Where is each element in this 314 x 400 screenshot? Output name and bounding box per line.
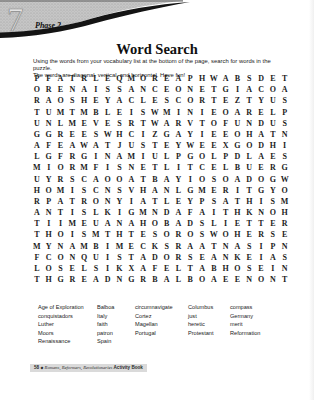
word-list-item: Protestant (188, 329, 230, 338)
grid-cell-r17c22: S (279, 252, 291, 263)
grid-cell-r10c15: O (196, 174, 208, 185)
grid-cell-r9c22: G (279, 162, 291, 173)
grid-cell-r10c2: Y (43, 174, 55, 185)
grid-cell-r11c15: M (196, 185, 208, 196)
grid-cell-r14c10: H (137, 218, 149, 229)
word-list-item: conquistadors (38, 312, 97, 321)
grid-cell-r9c10: E (137, 162, 149, 173)
grid-cell-r2c4: N (66, 84, 78, 95)
grid-cell-r15c15: S (196, 229, 208, 240)
grid-cell-r18c21: I (267, 263, 279, 274)
grid-cell-r5c9: R (125, 118, 137, 129)
grid-cell-r10c4: S (66, 174, 78, 185)
grid-cell-r6c9: C (125, 129, 137, 140)
grid-cell-r19c2: H (43, 274, 55, 285)
grid-cell-r12c3: A (55, 196, 67, 207)
grid-cell-r7c16: E (208, 140, 220, 151)
grid-cell-r9c2: I (43, 162, 55, 173)
grid-cell-r6c22: N (279, 129, 291, 140)
grid-cell-r7c9: U (125, 140, 137, 151)
grid-cell-r7c3: E (55, 140, 67, 151)
grid-cell-r1c12: E (161, 73, 173, 84)
grid-cell-r14c6: U (90, 218, 102, 229)
grid-cell-r17c12: O (161, 252, 173, 263)
grid-cell-r11c11: A (149, 185, 161, 196)
grid-cell-r16c13: R (173, 241, 185, 252)
word-list-column-3: circumnavigateCortezMagellanPortugal (135, 303, 188, 346)
word-list-item: heretic (188, 320, 230, 329)
grid-cell-r14c7: A (102, 218, 114, 229)
grid-cell-r14c1: T (31, 218, 43, 229)
grid-cell-r1c1: P (31, 73, 43, 84)
grid-cell-r11c8: S (114, 185, 126, 196)
grid-cell-r5c7: E (102, 118, 114, 129)
grid-cell-r6c13: A (173, 129, 185, 140)
grid-cell-r1c4: T (66, 73, 78, 84)
grid-cell-r15c6: M (90, 229, 102, 240)
grid-cell-r10c17: O (220, 174, 232, 185)
footer-page-number: 58 (34, 365, 39, 370)
grid-cell-r11c12: N (161, 185, 173, 196)
grid-cell-r2c1: O (31, 84, 43, 95)
grid-cell-r2c2: R (43, 84, 55, 95)
grid-cell-r18c20: E (255, 263, 267, 274)
grid-cell-r8c16: L (208, 151, 220, 162)
grid-cell-r18c1: L (31, 263, 43, 274)
grid-cell-r11c6: C (90, 185, 102, 196)
grid-cell-r17c5: Q (78, 252, 90, 263)
grid-cell-r1c16: W (208, 73, 220, 84)
grid-cell-r7c6: A (90, 140, 102, 151)
grid-cell-r11c9: V (125, 185, 137, 196)
grid-cell-r6c8: H (114, 129, 126, 140)
grid-cell-r3c1: R (31, 95, 43, 106)
grid-cell-r11c1: H (31, 185, 43, 196)
grid-cell-r7c18: G (232, 140, 244, 151)
grid-cell-r19c20: O (255, 274, 267, 285)
grid-cell-r19c18: E (232, 274, 244, 285)
grid-cell-r7c5: W (78, 140, 90, 151)
grid-cell-r2c20: C (255, 84, 267, 95)
grid-cell-r2c13: O (173, 84, 185, 95)
grid-cell-r9c4: R (66, 162, 78, 173)
word-list-column-4: ColumbusjusthereticProtestant (188, 303, 230, 346)
grid-cell-r13c19: K (243, 207, 255, 218)
grid-cell-r6c14: Y (184, 129, 196, 140)
grid-cell-r8c12: L (161, 151, 173, 162)
unit-number: 7 (7, 2, 24, 38)
word-list-item: Moors (38, 329, 97, 338)
grid-cell-r13c21: O (267, 207, 279, 218)
grid-cell-r9c1: M (31, 162, 43, 173)
grid-cell-r5c22: S (279, 118, 291, 129)
grid-cell-r11c18: I (232, 185, 244, 196)
grid-cell-r12c7: N (102, 196, 114, 207)
grid-cell-r2c8: S (114, 84, 126, 95)
header: 7 Phase 2 (0, 0, 200, 44)
grid-cell-r5c19: N (243, 118, 255, 129)
grid-cell-r13c2: N (43, 207, 55, 218)
grid-cell-r17c2: C (43, 252, 55, 263)
grid-cell-r13c15: A (196, 207, 208, 218)
grid-cell-r14c11: O (149, 218, 161, 229)
grid-cell-r17c7: I (102, 252, 114, 263)
grid-cell-r5c17: F (220, 118, 232, 129)
grid-cell-r16c5: M (78, 241, 90, 252)
grid-cell-r19c16: A (208, 274, 220, 285)
grid-cell-r12c11: T (149, 196, 161, 207)
grid-cell-r17c20: I (255, 252, 267, 263)
grid-cell-r5c6: V (90, 118, 102, 129)
grid-cell-r8c14: G (184, 151, 196, 162)
grid-cell-r7c17: X (220, 140, 232, 151)
grid-cell-r16c3: N (55, 241, 67, 252)
grid-cell-r4c2: U (43, 107, 55, 118)
grid-cell-r15c18: H (232, 229, 244, 240)
grid-cell-r10c20: O (255, 174, 267, 185)
grid-cell-r14c3: I (55, 218, 67, 229)
word-list-item: Luther (38, 320, 97, 329)
grid-cell-r13c10: M (137, 207, 149, 218)
grid-cell-r4c7: L (102, 107, 114, 118)
word-search-grid: PFATRLEQMOREAPHWABSDETORENAISSANCEONETGI… (31, 73, 291, 285)
grid-cell-r4c13: I (173, 107, 185, 118)
grid-cell-r11c22: O (279, 185, 291, 196)
grid-cell-r18c13: L (173, 263, 185, 274)
grid-cell-r11c5: S (78, 185, 90, 196)
grid-cell-r16c10: C (137, 241, 149, 252)
grid-cell-r19c5: E (78, 274, 90, 285)
grid-cell-r6c11: Z (149, 129, 161, 140)
grid-cell-r2c16: T (208, 84, 220, 95)
grid-cell-r9c11: T (149, 162, 161, 173)
grid-cell-r17c3: O (55, 252, 67, 263)
grid-cell-r19c10: R (137, 274, 149, 285)
grid-cell-r4c5: M (78, 107, 90, 118)
grid-cell-r4c18: A (232, 107, 244, 118)
grid-cell-r14c18: E (232, 218, 244, 229)
grid-cell-r18c6: S (90, 263, 102, 274)
grid-cell-r11c4: I (66, 185, 78, 196)
grid-cell-r9c6: F (90, 162, 102, 173)
grid-cell-r3c9: C (125, 95, 137, 106)
grid-cell-r8c4: R (66, 151, 78, 162)
grid-cell-r1c6: L (90, 73, 102, 84)
grid-cell-r15c16: W (208, 229, 220, 240)
grid-cell-r16c19: S (243, 241, 255, 252)
grid-cell-r11c14: G (184, 185, 196, 196)
grid-cell-r16c17: N (220, 241, 232, 252)
grid-cell-r16c11: K (149, 241, 161, 252)
grid-cell-r13c1: A (31, 207, 43, 218)
grid-cell-r9c13: I (173, 162, 185, 173)
word-list-item: Germany (230, 312, 260, 321)
grid-cell-r4c8: E (114, 107, 126, 118)
grid-cell-r6c17: E (220, 129, 232, 140)
grid-cell-r7c7: T (102, 140, 114, 151)
grid-cell-r10c13: Y (173, 174, 185, 185)
word-list-column-5: compassGermanymeritReformation (230, 303, 260, 346)
grid-cell-r15c11: S (149, 229, 161, 240)
grid-cell-r8c21: E (267, 151, 279, 162)
grid-cell-r4c9: I (125, 107, 137, 118)
grid-cell-r3c13: C (173, 95, 185, 106)
grid-cell-r7c21: H (267, 140, 279, 151)
grid-cell-r3c17: E (220, 95, 232, 106)
grid-cell-r13c11: N (149, 207, 161, 218)
grid-cell-r4c16: E (208, 107, 220, 118)
grid-cell-r9c8: S (114, 162, 126, 173)
grid-cell-r19c12: A (161, 274, 173, 285)
grid-cell-r5c11: W (149, 118, 161, 129)
grid-cell-r17c14: S (184, 252, 196, 263)
grid-cell-r17c8: S (114, 252, 126, 263)
grid-cell-r4c4: T (66, 107, 78, 118)
grid-cell-r1c8: Q (114, 73, 126, 84)
grid-cell-r3c15: R (196, 95, 208, 106)
grid-cell-r4c20: E (255, 107, 267, 118)
grid-cell-r1c10: O (137, 73, 149, 84)
grid-cell-r4c14: N (184, 107, 196, 118)
word-list-item: circumnavigate (135, 303, 188, 312)
grid-cell-r13c13: A (173, 207, 185, 218)
word-list-item: Age of Exploration (38, 303, 97, 312)
word-list-item: compass (230, 303, 260, 312)
grid-cell-r12c21: S (267, 196, 279, 207)
instructions-line-1: Using the words from your vocabulary lis… (33, 58, 289, 72)
grid-cell-r5c21: U (267, 118, 279, 129)
grid-cell-r3c8: A (114, 95, 126, 106)
grid-cell-r18c9: X (125, 263, 137, 274)
grid-cell-r19c3: G (55, 274, 67, 285)
grid-cell-r2c14: N (184, 84, 196, 95)
grid-cell-r10c14: I (184, 174, 196, 185)
grid-cell-r8c9: M (125, 151, 137, 162)
grid-cell-r17c21: A (267, 252, 279, 263)
grid-cell-r8c2: G (43, 151, 55, 162)
grid-cell-r6c10: I (137, 129, 149, 140)
grid-cell-r9c15: C (196, 162, 208, 173)
grid-cell-r11c10: H (137, 185, 149, 196)
grid-cell-r15c14: O (184, 229, 196, 240)
grid-cell-r18c4: E (66, 263, 78, 274)
grid-cell-r7c1: A (31, 140, 43, 151)
grid-cell-r2c3: E (55, 84, 67, 95)
grid-cell-r6c21: T (267, 129, 279, 140)
grid-cell-r11c16: E (208, 185, 220, 196)
grid-cell-r13c6: L (90, 207, 102, 218)
grid-cell-r3c12: S (161, 95, 173, 106)
grid-cell-r7c2: F (43, 140, 55, 151)
grid-cell-r10c6: A (90, 174, 102, 185)
grid-cell-r17c11: D (149, 252, 161, 263)
grid-cell-r13c14: F (184, 207, 196, 218)
word-list-item: Reformation (230, 329, 260, 338)
word-list-item: Cortez (135, 312, 188, 321)
grid-cell-r3c22: S (279, 95, 291, 106)
grid-cell-r14c15: S (196, 218, 208, 229)
grid-cell-r17c10: A (137, 252, 149, 263)
grid-cell-r3c20: Y (255, 95, 267, 106)
grid-cell-r6c7: W (102, 129, 114, 140)
grid-cell-r17c13: R (173, 252, 185, 263)
grid-cell-r3c14: O (184, 95, 196, 106)
grid-cell-r19c22: T (279, 274, 291, 285)
grid-cell-r14c13: A (173, 218, 185, 229)
grid-cell-r14c12: B (161, 218, 173, 229)
grid-cell-r16c6: B (90, 241, 102, 252)
grid-cell-r11c2: O (43, 185, 55, 196)
grid-cell-r15c8: H (114, 229, 126, 240)
grid-cell-r13c17: T (220, 207, 232, 218)
grid-cell-r6c12: G (161, 129, 173, 140)
grid-cell-r6c2: G (43, 129, 55, 140)
grid-cell-r13c18: H (232, 207, 244, 218)
grid-cell-r5c4: M (66, 118, 78, 129)
grid-cell-r6c5: E (78, 129, 90, 140)
header-swoosh-graphic (0, 0, 200, 44)
grid-cell-r18c22: N (279, 263, 291, 274)
grid-cell-r17c17: N (220, 252, 232, 263)
grid-cell-r12c6: O (90, 196, 102, 207)
grid-cell-r4c6: B (90, 107, 102, 118)
grid-cell-r12c13: E (173, 196, 185, 207)
grid-cell-r1c20: D (255, 73, 267, 84)
grid-cell-r10c5: C (78, 174, 90, 185)
grid-cell-r1c22: T (279, 73, 291, 84)
grid-cell-r10c3: R (55, 174, 67, 185)
grid-cell-r5c20: D (255, 118, 267, 129)
grid-cell-r12c20: I (255, 196, 267, 207)
grid-cell-r2c6: I (90, 84, 102, 95)
grid-cell-r8c13: P (173, 151, 185, 162)
grid-cell-r10c1: U (31, 174, 43, 185)
grid-cell-r13c8: I (114, 207, 126, 218)
grid-cell-r9c18: B (232, 162, 244, 173)
grid-cell-r7c19: O (243, 140, 255, 151)
grid-cell-r1c17: A (220, 73, 232, 84)
grid-cell-r17c4: N (66, 252, 78, 263)
grid-cell-r14c17: I (220, 218, 232, 229)
grid-cell-r16c8: M (114, 241, 126, 252)
grid-cell-r10c11: B (149, 174, 161, 185)
grid-cell-r7c12: E (161, 140, 173, 151)
grid-cell-r16c9: E (125, 241, 137, 252)
word-list-column-2: BalboaItalyfaithpatronSpain (97, 303, 135, 346)
grid-cell-r14c19: T (243, 218, 255, 229)
grid-cell-r2c15: E (196, 84, 208, 95)
grid-cell-r12c9: I (125, 196, 137, 207)
grid-cell-r2c12: E (161, 84, 173, 95)
grid-cell-r17c15: E (196, 252, 208, 263)
grid-cell-r7c22: I (279, 140, 291, 151)
grid-cell-r15c19: E (243, 229, 255, 240)
grid-cell-r5c12: A (161, 118, 173, 129)
grid-cell-r9c17: L (220, 162, 232, 173)
grid-cell-r1c5: R (78, 73, 90, 84)
grid-cell-r5c18: U (232, 118, 244, 129)
grid-cell-r3c4: S (66, 95, 78, 106)
grid-cell-r1c3: A (55, 73, 67, 84)
grid-cell-r5c1: U (31, 118, 43, 129)
grid-cell-r16c1: M (31, 241, 43, 252)
grid-cell-r12c14: Y (184, 196, 196, 207)
grid-cell-r2c5: A (78, 84, 90, 95)
grid-cell-r12c19: H (243, 196, 255, 207)
grid-cell-r16c22: N (279, 241, 291, 252)
grid-cell-r5c15: T (196, 118, 208, 129)
grid-cell-r6c6: S (90, 129, 102, 140)
grid-cell-r13c5: S (78, 207, 90, 218)
grid-cell-r4c22: P (279, 107, 291, 118)
grid-cell-r12c8: Y (114, 196, 126, 207)
grid-cell-r5c10: T (137, 118, 149, 129)
grid-cell-r7c15: E (196, 140, 208, 151)
grid-cell-r3c5: H (78, 95, 90, 106)
grid-cell-r19c1: T (31, 274, 43, 285)
word-list-item: Magellan (135, 320, 188, 329)
grid-cell-r5c3: L (55, 118, 67, 129)
grid-cell-r14c2: I (43, 218, 55, 229)
grid-cell-r14c20: T (255, 218, 267, 229)
word-list-item: Spain (97, 337, 135, 346)
word-list-item: Italy (97, 312, 135, 321)
grid-cell-r2c22: A (279, 84, 291, 95)
grid-cell-r7c8: J (114, 140, 126, 151)
grid-cell-r8c11: U (149, 151, 161, 162)
grid-cell-r1c13: A (173, 73, 185, 84)
grid-cell-r11c17: R (220, 185, 232, 196)
word-list-item: patron (97, 329, 135, 338)
grid-cell-r16c4: A (66, 241, 78, 252)
grid-cell-r15c9: T (125, 229, 137, 240)
grid-cell-r8c15: O (196, 151, 208, 162)
grid-cell-r12c10: A (137, 196, 149, 207)
grid-cell-r17c6: U (90, 252, 102, 263)
grid-cell-r14c21: E (267, 218, 279, 229)
grid-cell-r13c7: K (102, 207, 114, 218)
grid-cell-r1c21: E (267, 73, 279, 84)
grid-cell-r16c18: A (232, 241, 244, 252)
grid-cell-r18c5: L (78, 263, 90, 274)
grid-cell-r18c15: A (196, 263, 208, 274)
page: 7 Phase 2 Word Search Using the words fr… (0, 0, 314, 400)
grid-cell-r17c9: T (125, 252, 137, 263)
grid-cell-r8c3: F (55, 151, 67, 162)
grid-cell-r10c21: G (267, 174, 279, 185)
grid-cell-r14c8: N (114, 218, 126, 229)
grid-cell-r16c2: Y (43, 241, 55, 252)
grid-cell-r15c20: R (255, 229, 267, 240)
grid-cell-r8c22: S (279, 151, 291, 162)
grid-cell-r11c7: N (102, 185, 114, 196)
phase-label: Phase 2 (35, 21, 61, 30)
grid-cell-r4c15: I (196, 107, 208, 118)
grid-cell-r1c7: E (102, 73, 114, 84)
grid-cell-r8c5: G (78, 151, 90, 162)
word-list: Age of ExplorationconquistadorsLutherMoo… (38, 303, 260, 346)
grid-cell-r19c7: D (102, 274, 114, 285)
grid-cell-r9c5: M (78, 162, 90, 173)
grid-cell-r12c16: S (208, 196, 220, 207)
grid-cell-r19c13: L (173, 274, 185, 285)
grid-cell-r4c17: O (220, 107, 232, 118)
grid-cell-r14c14: D (184, 218, 196, 229)
grid-cell-r5c8: S (114, 118, 126, 129)
grid-cell-r12c22: M (279, 196, 291, 207)
word-list-item: just (188, 312, 230, 321)
grid-cell-r19c14: B (184, 274, 196, 285)
